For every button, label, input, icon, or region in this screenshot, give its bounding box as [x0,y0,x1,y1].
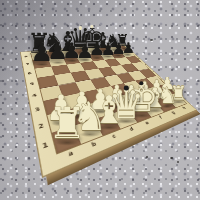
pieces-layer: ♜♞♝♛♚♝♞♜♟♟♟♟♟♟♟♟♟♟♟♟♟♟♟♟♜♞♝♛♚♝♞♜ [0,0,200,200]
piece-white-rook-a1: ♜ [48,102,86,145]
piece-black-pawn-a7: ♟ [30,40,53,66]
chess-set-photo: abcdefgh1122334455667788 ♜♞♝♛♚♝♞♜♟♟♟♟♟♟♟… [0,0,200,200]
